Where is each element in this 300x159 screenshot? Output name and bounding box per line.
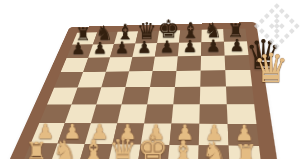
square-a4[interactable] xyxy=(47,88,77,105)
square-h4[interactable] xyxy=(226,87,254,105)
square-g6[interactable] xyxy=(201,56,226,71)
square-f1[interactable]: ♝ xyxy=(167,145,199,159)
mosaic-logo xyxy=(254,3,299,48)
square-e4[interactable] xyxy=(147,87,175,105)
piece-white-bishop[interactable]: ♝ xyxy=(170,138,196,159)
square-g4[interactable] xyxy=(200,87,227,105)
piece-black-pawn[interactable]: ♟ xyxy=(159,39,174,56)
piece-black-pawn[interactable]: ♟ xyxy=(114,40,129,56)
piece-white-rook[interactable]: ♜ xyxy=(234,142,258,159)
piece-white-rook[interactable]: ♜ xyxy=(25,140,47,159)
square-e6[interactable] xyxy=(153,57,178,72)
square-f5[interactable] xyxy=(175,71,201,87)
square-f6[interactable] xyxy=(176,56,201,71)
spare-white-queen[interactable]: ♛ xyxy=(253,48,289,88)
square-e7[interactable]: ♟ xyxy=(155,43,179,57)
square-b6[interactable] xyxy=(83,58,110,73)
square-d1[interactable]: ♛ xyxy=(107,145,140,159)
square-d4[interactable] xyxy=(122,87,150,104)
square-f7[interactable]: ♟ xyxy=(178,43,202,57)
square-b1[interactable]: ♞ xyxy=(49,144,84,159)
piece-white-knight[interactable]: ♞ xyxy=(52,138,76,159)
piece-black-pawn[interactable]: ♟ xyxy=(182,39,197,56)
chess-board: ♜♞♝♛♚♝♞♜♟♟♟♟♟♟♟♟♟♟♟♟♟♟♟♟♜♞♝♛♚♝♞♜ xyxy=(1,22,281,159)
piece-black-pawn[interactable]: ♟ xyxy=(71,41,85,57)
square-g7[interactable]: ♟ xyxy=(201,42,225,56)
square-h1[interactable]: ♜ xyxy=(229,146,262,159)
piece-white-king[interactable]: ♚ xyxy=(137,133,168,159)
square-g1[interactable]: ♞ xyxy=(198,146,230,159)
piece-white-knight[interactable]: ♞ xyxy=(201,139,227,159)
square-g5[interactable] xyxy=(200,71,226,87)
piece-black-pawn[interactable]: ♟ xyxy=(205,38,220,55)
product-photo: ♜♞♝♛♚♝♞♜♟♟♟♟♟♟♟♟♟♟♟♟♟♟♟♟♜♞♝♛♚♝♞♜ ♛ ♛ xyxy=(0,0,300,159)
square-d5[interactable] xyxy=(125,72,152,88)
piece-black-pawn[interactable]: ♟ xyxy=(136,40,151,56)
square-e1[interactable]: ♚ xyxy=(137,145,170,159)
square-c1[interactable]: ♝ xyxy=(78,144,112,159)
square-d7[interactable]: ♟ xyxy=(132,43,157,57)
piece-black-pawn[interactable]: ♟ xyxy=(92,41,106,57)
square-e5[interactable] xyxy=(150,71,176,87)
square-c7[interactable]: ♟ xyxy=(110,44,135,58)
square-f4[interactable] xyxy=(173,87,200,105)
piece-white-bishop[interactable]: ♝ xyxy=(80,137,106,159)
piece-black-pawn[interactable]: ♟ xyxy=(229,38,244,55)
piece-white-queen[interactable]: ♛ xyxy=(108,135,136,159)
square-b5[interactable] xyxy=(78,72,106,88)
square-d6[interactable] xyxy=(129,57,155,72)
